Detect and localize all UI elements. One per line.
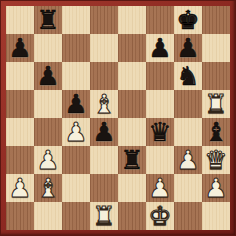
white-pawn-c4[interactable]: ♟ <box>64 118 87 146</box>
square-f8[interactable] <box>146 6 174 34</box>
square-h2[interactable]: ♟ <box>202 174 230 202</box>
square-f2[interactable]: ♟ <box>146 174 174 202</box>
black-bishop-h4[interactable]: ♝ <box>204 118 227 146</box>
white-pawn-b3[interactable]: ♟ <box>36 146 59 174</box>
square-g7[interactable]: ♟ <box>174 34 202 62</box>
square-c7[interactable] <box>62 34 90 62</box>
square-g8[interactable]: ♚ <box>174 6 202 34</box>
white-pawn-g3[interactable]: ♟ <box>176 146 199 174</box>
black-rook-e3[interactable]: ♜ <box>120 146 143 174</box>
square-c3[interactable] <box>62 146 90 174</box>
square-a8[interactable] <box>6 6 34 34</box>
square-g3[interactable]: ♟ <box>174 146 202 174</box>
black-king-g8[interactable]: ♚ <box>176 6 199 34</box>
square-g6[interactable]: ♞ <box>174 62 202 90</box>
white-bishop-b2[interactable]: ♝ <box>36 174 59 202</box>
square-g4[interactable] <box>174 118 202 146</box>
white-king-f1[interactable]: ♚ <box>148 202 171 230</box>
square-e2[interactable] <box>118 174 146 202</box>
white-rook-h5[interactable]: ♜ <box>204 90 227 118</box>
square-b2[interactable]: ♝ <box>34 174 62 202</box>
square-e5[interactable] <box>118 90 146 118</box>
square-b3[interactable]: ♟ <box>34 146 62 174</box>
square-c2[interactable] <box>62 174 90 202</box>
square-e6[interactable] <box>118 62 146 90</box>
square-f5[interactable] <box>146 90 174 118</box>
square-b5[interactable] <box>34 90 62 118</box>
square-h1[interactable] <box>202 202 230 230</box>
square-f6[interactable] <box>146 62 174 90</box>
square-a7[interactable]: ♟ <box>6 34 34 62</box>
square-d8[interactable] <box>90 6 118 34</box>
square-h3[interactable]: ♛ <box>202 146 230 174</box>
square-b8[interactable]: ♜ <box>34 6 62 34</box>
square-a2[interactable]: ♟ <box>6 174 34 202</box>
square-e4[interactable] <box>118 118 146 146</box>
square-e7[interactable] <box>118 34 146 62</box>
square-a4[interactable] <box>6 118 34 146</box>
white-pawn-f2[interactable]: ♟ <box>148 174 171 202</box>
square-c4[interactable]: ♟ <box>62 118 90 146</box>
square-g5[interactable] <box>174 90 202 118</box>
board-frame: ♜♚♟♟♟♟♞♟♝♜♟♟♛♝♟♜♟♛♟♝♟♟♜♚ <box>0 0 236 236</box>
square-c8[interactable] <box>62 6 90 34</box>
white-queen-h3[interactable]: ♛ <box>204 146 227 174</box>
square-b7[interactable] <box>34 34 62 62</box>
square-h6[interactable] <box>202 62 230 90</box>
black-pawn-c5[interactable]: ♟ <box>64 90 87 118</box>
square-b1[interactable] <box>34 202 62 230</box>
square-e8[interactable] <box>118 6 146 34</box>
square-e3[interactable]: ♜ <box>118 146 146 174</box>
white-pawn-h2[interactable]: ♟ <box>204 174 227 202</box>
square-d6[interactable] <box>90 62 118 90</box>
black-pawn-d4[interactable]: ♟ <box>92 118 115 146</box>
white-rook-d1[interactable]: ♜ <box>92 202 115 230</box>
square-a1[interactable] <box>6 202 34 230</box>
square-g1[interactable] <box>174 202 202 230</box>
square-d3[interactable] <box>90 146 118 174</box>
square-c5[interactable]: ♟ <box>62 90 90 118</box>
square-c1[interactable] <box>62 202 90 230</box>
black-rook-b8[interactable]: ♜ <box>36 6 59 34</box>
square-d7[interactable] <box>90 34 118 62</box>
square-h8[interactable] <box>202 6 230 34</box>
square-e1[interactable] <box>118 202 146 230</box>
square-d5[interactable]: ♝ <box>90 90 118 118</box>
chess-board: ♜♚♟♟♟♟♞♟♝♜♟♟♛♝♟♜♟♛♟♝♟♟♜♚ <box>6 6 230 230</box>
black-pawn-a7[interactable]: ♟ <box>8 34 31 62</box>
square-g2[interactable] <box>174 174 202 202</box>
black-pawn-b6[interactable]: ♟ <box>36 62 59 90</box>
square-d1[interactable]: ♜ <box>90 202 118 230</box>
square-d4[interactable]: ♟ <box>90 118 118 146</box>
black-pawn-g7[interactable]: ♟ <box>176 34 199 62</box>
white-pawn-a2[interactable]: ♟ <box>8 174 31 202</box>
square-f4[interactable]: ♛ <box>146 118 174 146</box>
black-knight-g6[interactable]: ♞ <box>176 62 199 90</box>
square-h7[interactable] <box>202 34 230 62</box>
square-d2[interactable] <box>90 174 118 202</box>
white-bishop-d5[interactable]: ♝ <box>92 90 115 118</box>
square-f1[interactable]: ♚ <box>146 202 174 230</box>
black-queen-f4[interactable]: ♛ <box>148 118 171 146</box>
square-a6[interactable] <box>6 62 34 90</box>
square-h5[interactable]: ♜ <box>202 90 230 118</box>
black-pawn-f7[interactable]: ♟ <box>148 34 171 62</box>
square-b6[interactable]: ♟ <box>34 62 62 90</box>
square-a5[interactable] <box>6 90 34 118</box>
square-h4[interactable]: ♝ <box>202 118 230 146</box>
square-f3[interactable] <box>146 146 174 174</box>
square-c6[interactable] <box>62 62 90 90</box>
square-b4[interactable] <box>34 118 62 146</box>
square-f7[interactable]: ♟ <box>146 34 174 62</box>
square-a3[interactable] <box>6 146 34 174</box>
